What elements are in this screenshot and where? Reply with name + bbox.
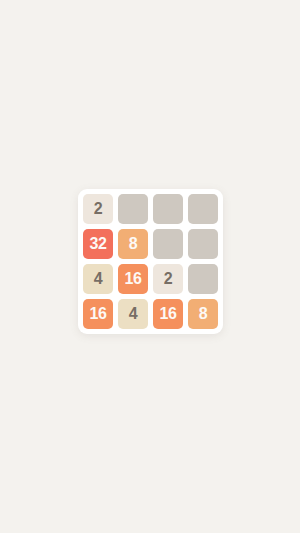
empty-cell: [188, 194, 218, 224]
tile-8: 8: [188, 299, 218, 329]
app-background: 23284162164168: [0, 0, 300, 533]
empty-cell: [153, 194, 183, 224]
tile-8: 8: [118, 229, 148, 259]
game-board-2048[interactable]: 23284162164168: [78, 189, 223, 334]
tile-4: 4: [118, 299, 148, 329]
empty-cell: [118, 194, 148, 224]
empty-cell: [153, 229, 183, 259]
tile-2: 2: [153, 264, 183, 294]
empty-cell: [188, 229, 218, 259]
tile-16: 16: [118, 264, 148, 294]
tile-32: 32: [83, 229, 113, 259]
tile-16: 16: [83, 299, 113, 329]
tile-16: 16: [153, 299, 183, 329]
tile-4: 4: [83, 264, 113, 294]
empty-cell: [188, 264, 218, 294]
tile-2: 2: [83, 194, 113, 224]
